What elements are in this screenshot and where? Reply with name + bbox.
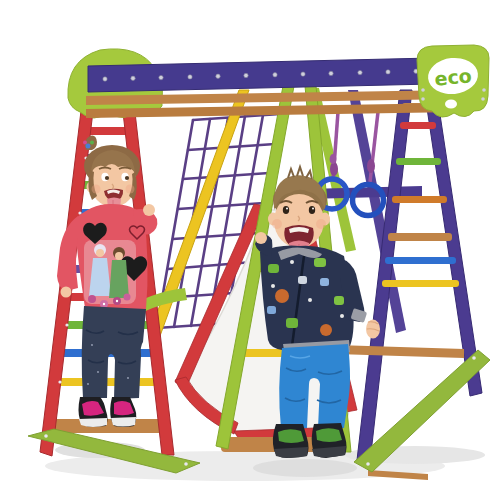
eco-panel: eco <box>417 45 489 117</box>
girl-left-hand <box>61 287 72 298</box>
girl-stand-rung <box>48 419 167 433</box>
playground-photo: eco <box>0 0 500 500</box>
eco-logo-text: eco <box>433 64 472 90</box>
photo-canvas: eco <box>0 0 500 500</box>
anna-print <box>109 260 129 298</box>
boy-right-hand <box>255 232 267 244</box>
eco-panel-hole <box>445 100 457 109</box>
girl-right-hand <box>143 204 155 216</box>
